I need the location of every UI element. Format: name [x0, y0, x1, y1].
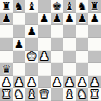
square-b7[interactable]	[13, 13, 26, 26]
piece-black-rook: ♜	[90, 1, 100, 12]
square-a6[interactable]	[0, 25, 13, 38]
square-d8[interactable]	[38, 0, 51, 13]
piece-white-bishop: ♝	[65, 89, 75, 100]
square-b4[interactable]	[13, 51, 26, 64]
square-b2[interactable]: ♟	[13, 76, 26, 89]
square-e5[interactable]	[51, 38, 64, 51]
square-d5[interactable]	[38, 38, 51, 51]
square-a5[interactable]	[0, 38, 13, 51]
square-d4[interactable]: ♟	[38, 51, 51, 64]
square-h1[interactable]: ♜	[88, 88, 101, 101]
piece-black-pawn: ♟	[65, 13, 75, 24]
piece-white-pawn: ♟	[1, 77, 11, 88]
piece-white-pawn: ♟	[27, 77, 37, 88]
piece-black-pawn: ♟	[1, 13, 11, 24]
square-b6[interactable]	[13, 25, 26, 38]
piece-white-knight: ♞	[14, 89, 24, 100]
piece-black-bishop: ♝	[65, 1, 75, 12]
square-f6[interactable]	[63, 25, 76, 38]
piece-white-rook: ♜	[90, 89, 100, 100]
square-f7[interactable]: ♟	[63, 13, 76, 26]
square-b8[interactable]: ♞	[13, 0, 26, 13]
piece-black-pawn: ♟	[77, 13, 87, 24]
square-e2[interactable]: ♟	[51, 76, 64, 89]
square-h8[interactable]: ♜	[88, 0, 101, 13]
square-c6[interactable]: ♟	[25, 25, 38, 38]
square-c2[interactable]: ♟	[25, 76, 38, 89]
square-e8[interactable]: ♚	[51, 0, 64, 13]
square-e1[interactable]	[51, 88, 64, 101]
square-a7[interactable]: ♟	[0, 13, 13, 26]
square-f2[interactable]: ♟	[63, 76, 76, 89]
square-h6[interactable]	[88, 25, 101, 38]
square-c1[interactable]: ♝	[25, 88, 38, 101]
square-g4[interactable]	[76, 51, 89, 64]
square-e3[interactable]	[51, 63, 64, 76]
square-g3[interactable]	[76, 63, 89, 76]
square-d6[interactable]	[38, 25, 51, 38]
piece-black-pawn: ♟	[27, 26, 37, 37]
piece-black-knight: ♞	[14, 1, 24, 12]
piece-black-bishop: ♝	[27, 1, 37, 12]
square-f5[interactable]	[63, 38, 76, 51]
square-c8[interactable]: ♝	[25, 0, 38, 13]
square-h7[interactable]: ♟	[88, 13, 101, 26]
square-c3[interactable]	[25, 63, 38, 76]
square-f4[interactable]	[63, 51, 76, 64]
square-g8[interactable]: ♞	[76, 0, 89, 13]
piece-black-knight: ♞	[77, 1, 87, 12]
square-e6[interactable]	[51, 25, 64, 38]
square-f1[interactable]: ♝	[63, 88, 76, 101]
piece-white-pawn: ♟	[39, 51, 49, 62]
square-g5[interactable]	[76, 38, 89, 51]
square-f8[interactable]: ♝	[63, 0, 76, 13]
piece-black-pawn: ♟	[14, 39, 24, 50]
square-f3[interactable]	[63, 63, 76, 76]
square-c4[interactable]: ♚	[25, 51, 38, 64]
piece-white-pawn: ♟	[14, 77, 24, 88]
piece-black-king: ♚	[52, 1, 62, 12]
square-a4[interactable]	[0, 51, 13, 64]
square-e7[interactable]: ♟	[51, 13, 64, 26]
square-a1[interactable]: ♜	[0, 88, 13, 101]
piece-white-knight: ♞	[77, 89, 87, 100]
square-d2[interactable]	[38, 76, 51, 89]
square-c5[interactable]	[25, 38, 38, 51]
square-e4[interactable]	[51, 51, 64, 64]
square-g2[interactable]: ♟	[76, 76, 89, 89]
square-c7[interactable]	[25, 13, 38, 26]
piece-black-pawn: ♟	[90, 13, 100, 24]
piece-white-pawn: ♟	[52, 77, 62, 88]
piece-white-pawn: ♟	[77, 77, 87, 88]
square-b3[interactable]	[13, 63, 26, 76]
piece-black-pawn: ♟	[52, 13, 62, 24]
square-h3[interactable]	[88, 63, 101, 76]
square-g1[interactable]: ♞	[76, 88, 89, 101]
piece-black-queen: ♛	[1, 64, 11, 75]
square-g6[interactable]	[76, 25, 89, 38]
square-h4[interactable]	[88, 51, 101, 64]
piece-white-pawn: ♟	[65, 77, 75, 88]
chess-board: ♜♞♝♚♝♞♜♟♟♟♟♟♟♟♟♚♟♛♟♟♟♟♟♟♟♜♞♝♛♝♞♜	[0, 0, 101, 101]
piece-white-rook: ♜	[1, 89, 11, 100]
square-d3[interactable]	[38, 63, 51, 76]
square-d1[interactable]: ♛	[38, 88, 51, 101]
piece-white-queen: ♛	[39, 89, 49, 100]
square-h5[interactable]	[88, 38, 101, 51]
square-b1[interactable]: ♞	[13, 88, 26, 101]
piece-black-rook: ♜	[1, 1, 11, 12]
square-a8[interactable]: ♜	[0, 0, 13, 13]
piece-white-king: ♚	[27, 51, 37, 62]
square-a2[interactable]: ♟	[0, 76, 13, 89]
square-b5[interactable]: ♟	[13, 38, 26, 51]
square-g7[interactable]: ♟	[76, 13, 89, 26]
square-a3[interactable]: ♛	[0, 63, 13, 76]
piece-white-pawn: ♟	[90, 77, 100, 88]
square-h2[interactable]: ♟	[88, 76, 101, 89]
square-d7[interactable]: ♟	[38, 13, 51, 26]
piece-white-bishop: ♝	[27, 89, 37, 100]
piece-black-pawn: ♟	[39, 13, 49, 24]
